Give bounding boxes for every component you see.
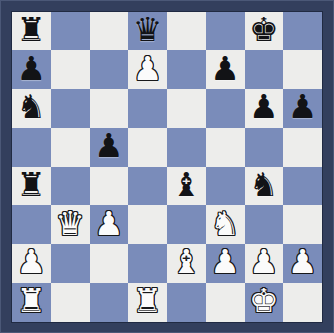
square-d7[interactable]: ♟: [128, 50, 167, 89]
square-c5[interactable]: ♟: [90, 128, 129, 167]
square-h8[interactable]: [283, 12, 322, 51]
square-b3[interactable]: ♛: [51, 205, 90, 244]
square-c3[interactable]: ♟: [90, 205, 129, 244]
square-d4[interactable]: [128, 167, 167, 206]
square-g4[interactable]: ♞: [245, 167, 284, 206]
square-h1[interactable]: [283, 283, 322, 322]
square-d1[interactable]: ♜: [128, 283, 167, 322]
white-queen-b3[interactable]: ♛: [55, 205, 85, 242]
square-h5[interactable]: [283, 128, 322, 167]
black-pawn-g6[interactable]: ♟: [249, 89, 279, 126]
square-e7[interactable]: [167, 50, 206, 89]
black-pawn-h6[interactable]: ♟: [288, 89, 318, 126]
square-f6[interactable]: [206, 89, 245, 128]
square-c7[interactable]: [90, 50, 129, 89]
square-h6[interactable]: ♟: [283, 89, 322, 128]
black-pawn-f7[interactable]: ♟: [210, 50, 240, 87]
chess-board-frame: ♜♛♚♟♟♟♞♟♟♟♜♝♞♛♟♞♟♝♟♟♟♜♜♚: [0, 0, 334, 333]
black-knight-a6[interactable]: ♞: [17, 89, 47, 126]
white-pawn-g2[interactable]: ♟: [249, 244, 279, 281]
white-pawn-f2[interactable]: ♟: [210, 244, 240, 281]
square-c2[interactable]: [90, 244, 129, 283]
white-pawn-h2[interactable]: ♟: [288, 244, 318, 281]
black-rook-a8[interactable]: ♜: [17, 12, 47, 49]
square-e6[interactable]: [167, 89, 206, 128]
white-bishop-e2[interactable]: ♝: [172, 244, 202, 281]
white-pawn-d7[interactable]: ♟: [133, 50, 163, 87]
black-knight-g4[interactable]: ♞: [249, 167, 279, 204]
square-h7[interactable]: [283, 50, 322, 89]
square-e8[interactable]: [167, 12, 206, 51]
black-pawn-c5[interactable]: ♟: [94, 128, 124, 165]
square-c4[interactable]: [90, 167, 129, 206]
square-g8[interactable]: ♚: [245, 12, 284, 51]
square-g6[interactable]: ♟: [245, 89, 284, 128]
square-f1[interactable]: [206, 283, 245, 322]
white-pawn-c3[interactable]: ♟: [94, 205, 124, 242]
square-g2[interactable]: ♟: [245, 244, 284, 283]
square-b8[interactable]: [51, 12, 90, 51]
square-a1[interactable]: ♜: [12, 283, 51, 322]
square-c1[interactable]: [90, 283, 129, 322]
square-a4[interactable]: ♜: [12, 167, 51, 206]
square-c6[interactable]: [90, 89, 129, 128]
square-a6[interactable]: ♞: [12, 89, 51, 128]
square-b6[interactable]: [51, 89, 90, 128]
square-f8[interactable]: [206, 12, 245, 51]
black-king-g8[interactable]: ♚: [249, 12, 279, 49]
black-bishop-e4[interactable]: ♝: [172, 167, 202, 204]
chess-board: ♜♛♚♟♟♟♞♟♟♟♜♝♞♛♟♞♟♝♟♟♟♜♜♚: [12, 12, 322, 322]
white-king-g1[interactable]: ♚: [249, 283, 279, 320]
white-rook-d1[interactable]: ♜: [133, 283, 163, 320]
square-e5[interactable]: [167, 128, 206, 167]
white-pawn-a2[interactable]: ♟: [17, 244, 47, 281]
square-a8[interactable]: ♜: [12, 12, 51, 51]
square-f4[interactable]: [206, 167, 245, 206]
square-d8[interactable]: ♛: [128, 12, 167, 51]
square-h3[interactable]: [283, 205, 322, 244]
square-b2[interactable]: [51, 244, 90, 283]
square-a5[interactable]: [12, 128, 51, 167]
white-rook-a1[interactable]: ♜: [17, 283, 47, 320]
square-g3[interactable]: [245, 205, 284, 244]
square-g5[interactable]: [245, 128, 284, 167]
square-c8[interactable]: [90, 12, 129, 51]
square-f3[interactable]: ♞: [206, 205, 245, 244]
square-g1[interactable]: ♚: [245, 283, 284, 322]
square-a7[interactable]: ♟: [12, 50, 51, 89]
square-d6[interactable]: [128, 89, 167, 128]
square-b4[interactable]: [51, 167, 90, 206]
square-e3[interactable]: [167, 205, 206, 244]
square-b1[interactable]: [51, 283, 90, 322]
square-h4[interactable]: [283, 167, 322, 206]
square-d5[interactable]: [128, 128, 167, 167]
square-e1[interactable]: [167, 283, 206, 322]
square-d3[interactable]: [128, 205, 167, 244]
white-knight-f3[interactable]: ♞: [210, 205, 240, 242]
square-e4[interactable]: ♝: [167, 167, 206, 206]
black-rook-a4[interactable]: ♜: [17, 167, 47, 204]
square-b5[interactable]: [51, 128, 90, 167]
square-b7[interactable]: [51, 50, 90, 89]
square-e2[interactable]: ♝: [167, 244, 206, 283]
square-g7[interactable]: [245, 50, 284, 89]
black-pawn-a7[interactable]: ♟: [17, 50, 47, 87]
square-f7[interactable]: ♟: [206, 50, 245, 89]
square-h2[interactable]: ♟: [283, 244, 322, 283]
square-f5[interactable]: [206, 128, 245, 167]
square-d2[interactable]: [128, 244, 167, 283]
square-f2[interactable]: ♟: [206, 244, 245, 283]
black-queen-d8[interactable]: ♛: [133, 12, 163, 49]
square-a3[interactable]: [12, 205, 51, 244]
square-a2[interactable]: ♟: [12, 244, 51, 283]
